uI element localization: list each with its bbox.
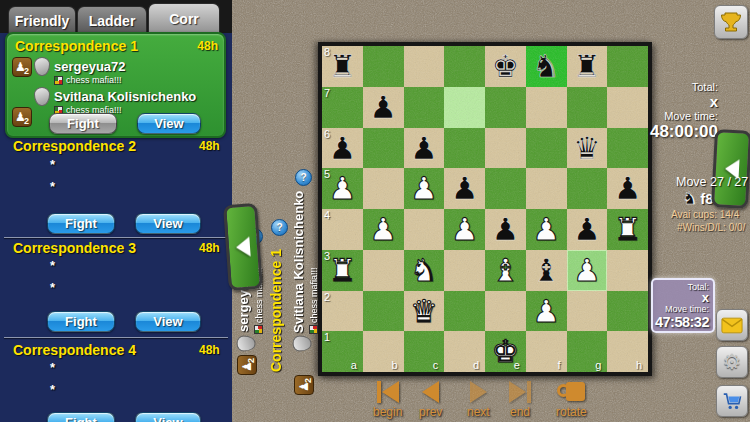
rank-badge: ♟ 2: [12, 57, 32, 77]
cart-icon: [721, 390, 743, 412]
piece-bP-d5[interactable]: ♟: [444, 168, 485, 209]
square-g2[interactable]: [567, 291, 608, 332]
tab-friendly[interactable]: Friendly: [8, 6, 76, 34]
card-title: Correspondence 1: [15, 38, 138, 54]
square-d6[interactable]: [444, 128, 485, 169]
badge-number: 2: [24, 117, 29, 126]
avail-cups: Avai cups: 14/4: [671, 209, 739, 220]
nav-rotate-button[interactable]: rotate: [556, 380, 587, 419]
nav-label: prev: [419, 405, 442, 419]
fight-button[interactable]: Fight: [49, 113, 117, 134]
square-f4[interactable]: ♟: [526, 209, 567, 250]
file-label: e: [514, 359, 520, 371]
separator: [4, 337, 228, 338]
nav-label: next: [467, 405, 490, 419]
piece-bP-b7[interactable]: ♟: [363, 87, 404, 128]
square-d7[interactable]: [444, 87, 485, 128]
player-name: Svitlana Kolisnichenko: [54, 89, 196, 104]
games-panel: Friendly Ladder Corr Correspondence 1 48…: [0, 0, 232, 422]
square-a3[interactable]: 3♜: [322, 250, 363, 291]
square-b6[interactable]: [363, 128, 404, 169]
card-time-limit: 48h: [199, 241, 220, 255]
square-c5[interactable]: ♟: [404, 168, 445, 209]
square-g3[interactable]: ♟: [567, 250, 608, 291]
empty-slot: *: [50, 179, 55, 194]
file-label: a: [351, 359, 357, 371]
file-label: c: [433, 359, 439, 371]
tab-ladder[interactable]: Ladder: [77, 6, 147, 34]
nav-end-button[interactable]: end: [509, 380, 531, 419]
piece-wP-c5[interactable]: ♟: [404, 168, 445, 209]
piece-bB-f3[interactable]: ♝: [526, 250, 567, 291]
black-knight-icon: ♞: [682, 188, 697, 208]
file-label: g: [595, 359, 601, 371]
strip-player2-name: Svitlana Kolisnichenko: [291, 133, 306, 333]
square-a8[interactable]: 8♜: [322, 46, 363, 87]
empty-slot: *: [50, 280, 55, 295]
card-title: Correspondence 3: [13, 240, 136, 256]
player-status: chess mafia!!!: [66, 75, 122, 85]
skip-to-end-icon: [509, 381, 526, 403]
player-name: sergeyua72: [54, 59, 126, 74]
badge-number: 2: [304, 378, 313, 383]
file-label: f: [557, 359, 560, 371]
square-e1[interactable]: e♚: [485, 331, 526, 372]
trophy-button[interactable]: [714, 5, 748, 39]
square-c1[interactable]: c: [404, 331, 445, 372]
square-g1[interactable]: g: [567, 331, 608, 372]
move-time-value: 47:58:32: [653, 314, 709, 330]
move-counter: Move 27 / 27: [676, 175, 748, 189]
mail-button[interactable]: [716, 309, 748, 341]
fight-button[interactable]: Fight: [47, 213, 115, 234]
tab-bar: Friendly Ladder Corr: [0, 0, 232, 33]
square-f3[interactable]: ♝: [526, 250, 567, 291]
view-button[interactable]: View: [137, 113, 201, 134]
file-label: b: [391, 359, 397, 371]
square-e8[interactable]: ♚: [485, 46, 526, 87]
rank-badge: ♟ 2: [12, 107, 32, 127]
card-time-limit: 48h: [199, 343, 220, 357]
view-button[interactable]: View: [135, 412, 201, 422]
card-title: Correspondence 2: [13, 138, 136, 154]
square-f1[interactable]: f: [526, 331, 567, 372]
nav-prev-button[interactable]: prev: [419, 380, 442, 419]
badge-number: 2: [24, 67, 29, 76]
skip-to-begin-icon: [382, 381, 399, 403]
last-move: ♞ f8: [682, 188, 714, 208]
square-b2[interactable]: [363, 291, 404, 332]
move-time-label: Move time:: [600, 110, 718, 122]
square-h3[interactable]: [607, 250, 648, 291]
game-card-correspondence-1: Correspondence 1 48h ♟ 2 sergeyua72 ches…: [5, 32, 226, 138]
chat-question-icon[interactable]: ?: [271, 219, 288, 236]
square-c4[interactable]: [404, 209, 445, 250]
shield-icon: [34, 57, 50, 76]
badge-number: 2: [247, 358, 256, 363]
fight-button[interactable]: Fight: [47, 311, 115, 332]
move-time-label: Move time:: [653, 304, 709, 314]
chat-question-icon[interactable]: ?: [295, 169, 312, 186]
fight-button[interactable]: Fight: [47, 412, 115, 422]
square-a7[interactable]: 7: [322, 87, 363, 128]
tab-corr[interactable]: Corr: [148, 3, 220, 34]
piece-wP-f2[interactable]: ♟: [526, 291, 567, 332]
shield-icon: [34, 87, 50, 106]
card-time-limit: 48h: [197, 39, 218, 53]
square-e3[interactable]: ♝: [485, 250, 526, 291]
square-b7[interactable]: ♟: [363, 87, 404, 128]
square-f8[interactable]: ♞: [526, 46, 567, 87]
player-clock-selected[interactable]: Total: x Move time: 47:58:32: [651, 278, 715, 333]
piece-bN-f8[interactable]: ♞: [526, 46, 567, 87]
nav-next-button[interactable]: next: [467, 380, 490, 419]
piece-wP-g3[interactable]: ♟: [567, 250, 608, 291]
shop-button[interactable]: [716, 385, 748, 417]
total-value: x: [600, 93, 718, 110]
square-g4[interactable]: ♟: [567, 209, 608, 250]
rotate-board-icon: [566, 382, 585, 401]
square-a5[interactable]: 5♟: [322, 168, 363, 209]
strip-game-title: Correspondence 1: [268, 172, 284, 372]
square-d5[interactable]: ♟: [444, 168, 485, 209]
square-h5[interactable]: ♟: [607, 168, 648, 209]
square-b5[interactable]: [363, 168, 404, 209]
rank-label: 8: [324, 46, 330, 58]
piece-bK-e8[interactable]: ♚: [485, 46, 526, 87]
settings-button[interactable]: ⚙: [716, 346, 748, 378]
rank-label: 4: [324, 209, 330, 221]
empty-slot: *: [50, 360, 55, 375]
opponent-clock: Total: x Move time: 48:00:00: [600, 81, 718, 142]
rank-label: 1: [324, 331, 330, 343]
square-d4[interactable]: ♟: [444, 209, 485, 250]
panel-expand-arrow-right[interactable]: [711, 129, 750, 209]
square-d8[interactable]: [444, 46, 485, 87]
rank-label: 2: [324, 291, 330, 303]
nav-label: rotate: [556, 405, 587, 419]
piece-wQ-c2[interactable]: ♛: [404, 291, 445, 332]
nav-label: end: [510, 405, 530, 419]
square-f5[interactable]: [526, 168, 567, 209]
flag-icon: [254, 325, 263, 334]
gear-icon: ⚙: [723, 350, 742, 374]
flag-icon: [54, 76, 63, 85]
rank-badge: ♟ 2: [294, 375, 314, 395]
square-h4[interactable]: ♜: [607, 209, 648, 250]
card-time-limit: 48h: [199, 139, 220, 153]
nav-label: begin: [373, 405, 402, 419]
trophy-icon: [719, 10, 743, 34]
square-c2[interactable]: ♛: [404, 291, 445, 332]
empty-slot: *: [50, 258, 55, 273]
nav-begin-button[interactable]: begin: [373, 380, 402, 419]
view-button[interactable]: View: [135, 213, 201, 234]
square-a6[interactable]: 6♟: [322, 128, 363, 169]
piece-bP-h5[interactable]: ♟: [607, 168, 648, 209]
square-e2[interactable]: [485, 291, 526, 332]
rank-label: 6: [324, 128, 330, 140]
prev-move-icon: [422, 381, 439, 403]
total-value: x: [653, 292, 709, 304]
app-screen: Friendly Ladder Corr Correspondence 1 48…: [0, 0, 750, 422]
square-d2[interactable]: [444, 291, 485, 332]
mail-icon: [721, 317, 743, 334]
square-h1[interactable]: h: [607, 331, 648, 372]
square-b3[interactable]: [363, 250, 404, 291]
rank-badge: ♟ 2: [237, 355, 257, 375]
view-button[interactable]: View: [135, 311, 201, 332]
strip-player2-status: chess mafia!!!: [309, 203, 319, 323]
card-title: Correspondence 4: [13, 342, 136, 358]
empty-slot: *: [50, 157, 55, 172]
square-d1[interactable]: d: [444, 331, 485, 372]
piece-bP-c6[interactable]: ♟: [404, 128, 445, 169]
square-g5[interactable]: [567, 168, 608, 209]
piece-bP-g4[interactable]: ♟: [567, 209, 608, 250]
square-c3[interactable]: ♞: [404, 250, 445, 291]
square-a1[interactable]: 1a: [322, 331, 363, 372]
left-triangle-icon: [235, 237, 250, 258]
piece-wN-c3[interactable]: ♞: [404, 250, 445, 291]
flag-icon: [309, 325, 318, 334]
square-b1[interactable]: b: [363, 331, 404, 372]
square-d3[interactable]: [444, 250, 485, 291]
panel-collapse-arrow-left[interactable]: [223, 203, 263, 291]
file-label: d: [473, 359, 479, 371]
piece-wR-h4[interactable]: ♜: [607, 209, 648, 250]
square-f7[interactable]: [526, 87, 567, 128]
square-b4[interactable]: ♟: [363, 209, 404, 250]
empty-slot: *: [50, 382, 55, 397]
wins-draws-losses: #Wins/D/L: 0/0/: [677, 222, 745, 233]
total-label: Total:: [653, 282, 709, 292]
file-label: h: [636, 359, 642, 371]
total-label: Total:: [600, 81, 718, 93]
square-h2[interactable]: [607, 291, 648, 332]
piece-wB-e3[interactable]: ♝: [485, 250, 526, 291]
square-c8[interactable]: [404, 46, 445, 87]
square-e4[interactable]: ♟: [485, 209, 526, 250]
rank-label: 7: [324, 87, 330, 99]
piece-wP-d4[interactable]: ♟: [444, 209, 485, 250]
square-e5[interactable]: [485, 168, 526, 209]
piece-wP-f4[interactable]: ♟: [526, 209, 567, 250]
separator: [4, 237, 228, 238]
square-a2[interactable]: 2: [322, 291, 363, 332]
square-f2[interactable]: ♟: [526, 291, 567, 332]
square-c7[interactable]: [404, 87, 445, 128]
square-c6[interactable]: ♟: [404, 128, 445, 169]
square-a4[interactable]: 4: [322, 209, 363, 250]
piece-bP-e4[interactable]: ♟: [485, 209, 526, 250]
square-e6[interactable]: [485, 128, 526, 169]
square-f6[interactable]: [526, 128, 567, 169]
piece-wP-b4[interactable]: ♟: [363, 209, 404, 250]
rank-label: 3: [324, 250, 330, 262]
square-e7[interactable]: [485, 87, 526, 128]
square-b8[interactable]: [363, 46, 404, 87]
rank-label: 5: [324, 168, 330, 180]
next-move-icon: [470, 381, 487, 403]
move-time-value: 48:00:00: [600, 122, 718, 142]
